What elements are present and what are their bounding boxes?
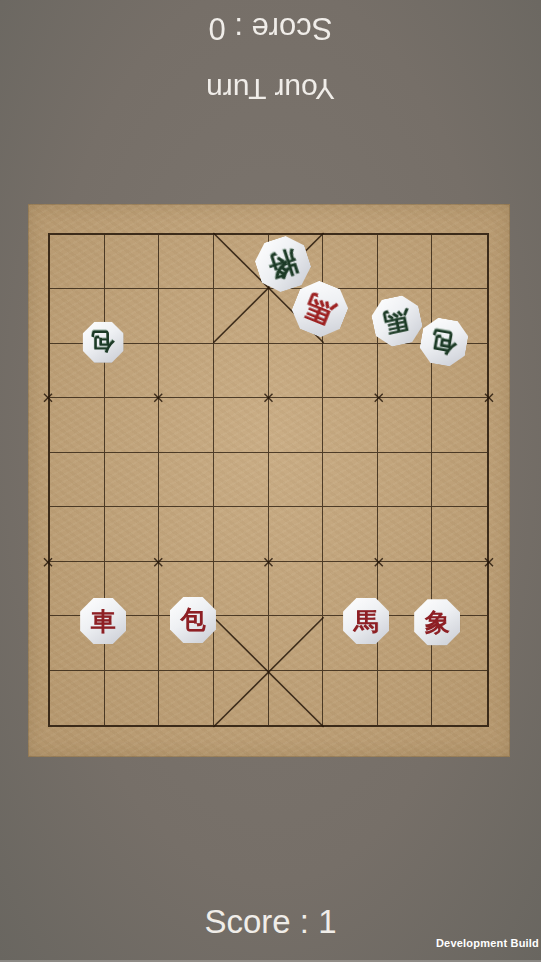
piece-glyph: 馬 [301, 290, 339, 328]
piece-red-elephant[interactable]: 象 [414, 599, 460, 645]
piece-glyph: 將 [265, 245, 302, 282]
piece-glyph: 包 [429, 328, 458, 357]
xiangqi-board: 將馬馬包包車包馬象 [28, 204, 510, 757]
piece-glyph: 馬 [354, 609, 379, 634]
opponent-score-label: Score : 0 [0, 10, 541, 46]
dev-build-watermark: Development Build [436, 937, 539, 949]
piece-top-general[interactable]: 將 [250, 231, 316, 297]
piece-top-cannon-right[interactable]: 包 [417, 316, 470, 369]
piece-glyph: 包 [180, 607, 205, 632]
piece-red-horse[interactable]: 馬 [343, 598, 389, 644]
game-screen: Score : 0 Your Turn 將馬馬包包車包馬象 Score : 1 … [0, 0, 541, 962]
opponent-turn-indicator: Your Turn [0, 72, 541, 106]
piece-top-horse[interactable]: 馬 [368, 292, 425, 349]
pieces-layer: 將馬馬包包車包馬象 [28, 204, 510, 757]
piece-red-chariot[interactable]: 車 [80, 598, 126, 644]
piece-top-cannon-left[interactable]: 包 [83, 322, 124, 363]
piece-glyph: 象 [425, 610, 450, 635]
piece-glyph: 馬 [382, 305, 413, 336]
piece-red-cannon[interactable]: 包 [170, 597, 216, 643]
piece-glyph: 車 [91, 609, 116, 634]
piece-glyph: 包 [92, 331, 115, 354]
player-score-label: Score : 1 [0, 903, 541, 941]
